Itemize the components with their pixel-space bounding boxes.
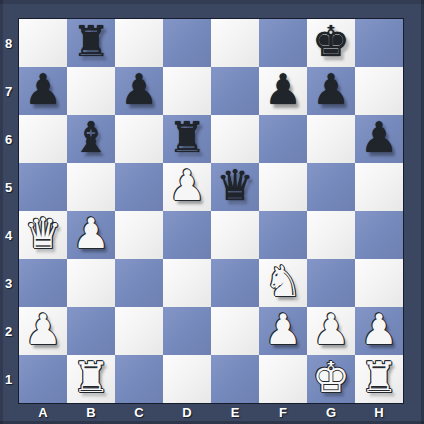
square-d8[interactable] <box>163 19 211 67</box>
black-queen-icon[interactable]: ♛ <box>216 162 254 210</box>
rank-label-2: 2 <box>0 307 19 355</box>
square-f2[interactable]: ♟ <box>259 307 307 355</box>
square-g7[interactable]: ♟ <box>307 67 355 115</box>
square-h1[interactable]: ♜ <box>355 355 403 403</box>
square-a4[interactable]: ♛ <box>19 211 67 259</box>
black-rook-icon[interactable]: ♜ <box>168 114 206 162</box>
white-pawn-icon[interactable]: ♟ <box>264 306 302 354</box>
rank-label-4: 4 <box>0 211 19 259</box>
square-a1[interactable] <box>19 355 67 403</box>
rank-labels: 87654321 <box>0 19 19 403</box>
file-label-f: F <box>259 403 307 424</box>
square-a2[interactable]: ♟ <box>19 307 67 355</box>
square-b1[interactable]: ♜ <box>67 355 115 403</box>
white-pawn-icon[interactable]: ♟ <box>360 306 398 354</box>
square-b5[interactable] <box>67 163 115 211</box>
file-label-d: D <box>163 403 211 424</box>
black-king-icon[interactable]: ♚ <box>312 18 350 66</box>
rank-label-7: 7 <box>0 67 19 115</box>
square-f1[interactable] <box>259 355 307 403</box>
square-c1[interactable] <box>115 355 163 403</box>
square-d1[interactable] <box>163 355 211 403</box>
square-g4[interactable] <box>307 211 355 259</box>
square-b6[interactable]: ♝ <box>67 115 115 163</box>
square-c5[interactable] <box>115 163 163 211</box>
rank-label-8: 8 <box>0 19 19 67</box>
white-pawn-icon[interactable]: ♟ <box>168 162 206 210</box>
rank-label-3: 3 <box>0 259 19 307</box>
square-c7[interactable]: ♟ <box>115 67 163 115</box>
square-c6[interactable] <box>115 115 163 163</box>
white-king-icon[interactable]: ♚ <box>312 354 350 402</box>
square-c2[interactable] <box>115 307 163 355</box>
square-e2[interactable] <box>211 307 259 355</box>
file-labels: ABCDEFGH <box>19 403 403 424</box>
square-f7[interactable]: ♟ <box>259 67 307 115</box>
square-b8[interactable]: ♜ <box>67 19 115 67</box>
square-f4[interactable] <box>259 211 307 259</box>
square-a7[interactable]: ♟ <box>19 67 67 115</box>
square-h2[interactable]: ♟ <box>355 307 403 355</box>
square-d2[interactable] <box>163 307 211 355</box>
rank-label-1: 1 <box>0 355 19 403</box>
chess-board: ♜♚♟♟♟♟♝♜♟♟♛♛♟♞♟♟♟♟♜♚♜ <box>19 19 403 403</box>
square-g5[interactable] <box>307 163 355 211</box>
square-e8[interactable] <box>211 19 259 67</box>
black-pawn-icon[interactable]: ♟ <box>264 66 302 114</box>
square-g2[interactable]: ♟ <box>307 307 355 355</box>
file-label-e: E <box>211 403 259 424</box>
black-pawn-icon[interactable]: ♟ <box>312 66 350 114</box>
square-e3[interactable] <box>211 259 259 307</box>
black-pawn-icon[interactable]: ♟ <box>360 114 398 162</box>
square-h6[interactable]: ♟ <box>355 115 403 163</box>
square-c8[interactable] <box>115 19 163 67</box>
square-h8[interactable] <box>355 19 403 67</box>
square-d3[interactable] <box>163 259 211 307</box>
black-bishop-icon[interactable]: ♝ <box>72 114 110 162</box>
white-pawn-icon[interactable]: ♟ <box>24 306 62 354</box>
square-f8[interactable] <box>259 19 307 67</box>
white-pawn-icon[interactable]: ♟ <box>312 306 350 354</box>
square-a8[interactable] <box>19 19 67 67</box>
file-label-g: G <box>307 403 355 424</box>
square-d6[interactable]: ♜ <box>163 115 211 163</box>
white-queen-icon[interactable]: ♛ <box>24 210 62 258</box>
square-d7[interactable] <box>163 67 211 115</box>
square-g1[interactable]: ♚ <box>307 355 355 403</box>
square-a3[interactable] <box>19 259 67 307</box>
square-h4[interactable] <box>355 211 403 259</box>
square-c3[interactable] <box>115 259 163 307</box>
square-h5[interactable] <box>355 163 403 211</box>
square-f3[interactable]: ♞ <box>259 259 307 307</box>
square-d5[interactable]: ♟ <box>163 163 211 211</box>
square-a6[interactable] <box>19 115 67 163</box>
square-g8[interactable]: ♚ <box>307 19 355 67</box>
square-d4[interactable] <box>163 211 211 259</box>
square-g6[interactable] <box>307 115 355 163</box>
white-pawn-icon[interactable]: ♟ <box>72 210 110 258</box>
file-label-h: H <box>355 403 403 424</box>
square-e6[interactable] <box>211 115 259 163</box>
file-label-b: B <box>67 403 115 424</box>
square-b3[interactable] <box>67 259 115 307</box>
square-g3[interactable] <box>307 259 355 307</box>
white-rook-icon[interactable]: ♜ <box>360 354 398 402</box>
square-c4[interactable] <box>115 211 163 259</box>
black-pawn-icon[interactable]: ♟ <box>120 66 158 114</box>
square-b2[interactable] <box>67 307 115 355</box>
rank-label-5: 5 <box>0 163 19 211</box>
file-label-c: C <box>115 403 163 424</box>
square-e5[interactable]: ♛ <box>211 163 259 211</box>
square-e1[interactable] <box>211 355 259 403</box>
square-f6[interactable] <box>259 115 307 163</box>
square-b7[interactable] <box>67 67 115 115</box>
square-e4[interactable] <box>211 211 259 259</box>
square-b4[interactable]: ♟ <box>67 211 115 259</box>
white-rook-icon[interactable]: ♜ <box>72 354 110 402</box>
white-knight-icon[interactable]: ♞ <box>264 258 302 306</box>
chess-diagram: 87654321 ♜♚♟♟♟♟♝♜♟♟♛♛♟♞♟♟♟♟♜♚♜ ABCDEFGH <box>0 0 424 424</box>
square-f5[interactable] <box>259 163 307 211</box>
rank-label-6: 6 <box>0 115 19 163</box>
square-e7[interactable] <box>211 67 259 115</box>
file-label-a: A <box>19 403 67 424</box>
square-h7[interactable] <box>355 67 403 115</box>
square-h3[interactable] <box>355 259 403 307</box>
black-rook-icon[interactable]: ♜ <box>72 18 110 66</box>
black-pawn-icon[interactable]: ♟ <box>24 66 62 114</box>
square-a5[interactable] <box>19 163 67 211</box>
